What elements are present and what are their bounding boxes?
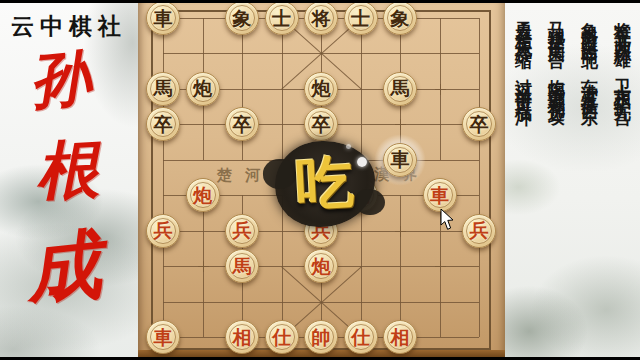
piece-character: 象 (391, 9, 410, 28)
piece-black-炮[interactable]: 炮 (304, 72, 338, 106)
piece-red-兵[interactable]: 兵 (225, 214, 259, 248)
piece-red-兵[interactable]: 兵 (146, 214, 180, 248)
piece-black-炮[interactable]: 炮 (186, 72, 220, 106)
piece-red-車[interactable]: 車 (146, 320, 180, 354)
piece-black-士[interactable]: 士 (265, 1, 299, 35)
xiangqi-app-screen: 云中棋社 孙 根 成 楚河 漢界 車象士将士象馬炮炮馬卒卒卒卒車炮馬車兵兵兵兵馬… (0, 0, 640, 360)
piece-character: 卒 (233, 115, 252, 134)
calligraphy-char: 根 (34, 138, 100, 204)
piece-character: 士 (351, 9, 370, 28)
grid-line (400, 195, 401, 337)
piece-red-帥[interactable]: 帥 (304, 320, 338, 354)
piece-character: 卒 (154, 115, 173, 134)
piece-character: 兵 (154, 221, 173, 240)
piece-character: 車 (391, 150, 410, 169)
grid-line (163, 18, 164, 337)
piece-character: 馬 (233, 257, 252, 276)
piece-black-将[interactable]: 将 (304, 1, 338, 35)
grid-line (479, 18, 480, 337)
sparkle-dot (357, 157, 367, 167)
letterbox-bar-top (0, 0, 640, 3)
mouse-cursor-icon (440, 209, 455, 235)
position-marker (198, 261, 209, 272)
piece-character: 馬 (391, 79, 410, 98)
piece-red-相[interactable]: 相 (225, 320, 259, 354)
piece-character: 将 (312, 9, 331, 28)
piece-black-象[interactable]: 象 (225, 1, 259, 35)
piece-red-兵[interactable]: 兵 (462, 214, 496, 248)
piece-red-炮[interactable]: 炮 (304, 249, 338, 283)
piece-red-炮[interactable]: 炮 (186, 178, 220, 212)
piece-black-馬[interactable]: 馬 (383, 72, 417, 106)
piece-black-士[interactable]: 士 (344, 1, 378, 35)
piece-black-車[interactable]: 車 (146, 1, 180, 35)
piece-red-相[interactable]: 相 (383, 320, 417, 354)
piece-character: 象 (233, 9, 252, 28)
piece-character: 士 (272, 9, 291, 28)
poem-column: 象越方田跨南北，车冲直道任西东 (576, 8, 602, 356)
piece-character: 馬 (154, 79, 173, 98)
piece-character: 炮 (312, 79, 331, 98)
position-marker (435, 261, 446, 272)
piece-red-車[interactable]: 車 (423, 178, 457, 212)
piece-character: 兵 (233, 221, 252, 240)
position-marker (395, 226, 406, 237)
piece-character: 車 (154, 9, 173, 28)
piece-character: 炮 (193, 186, 212, 205)
capture-text: 吃 (294, 144, 356, 225)
piece-black-象[interactable]: 象 (383, 1, 417, 35)
piece-character: 卒 (470, 115, 489, 134)
poem-column: 将军元帅两称雄，卫士相丞护九宫 (609, 8, 635, 356)
piece-character: 仕 (351, 328, 370, 347)
piece-character: 兵 (470, 221, 489, 240)
piece-character: 相 (233, 328, 252, 347)
left-banner-panel: 云中棋社 孙 根 成 (0, 0, 138, 360)
poem-column: 勇卒精兵无畏缩，过河前进可横冲 (510, 8, 536, 356)
piece-character: 炮 (312, 257, 331, 276)
piece-red-馬[interactable]: 馬 (225, 249, 259, 283)
club-name: 云中棋社 (3, 11, 135, 42)
piece-character: 車 (154, 328, 173, 347)
right-poem-panel: 将军元帅两称雄，卫士相丞护九宫象越方田跨南北，车冲直道任西东马驰捷径迂围合，炮隔… (505, 0, 640, 360)
piece-character: 車 (430, 186, 449, 205)
calligraphy-char: 成 (22, 226, 104, 308)
xiangqi-board[interactable]: 楚河 漢界 車象士将士象馬炮炮馬卒卒卒卒車炮馬車兵兵兵兵馬炮車相仕帥仕相 吃 (138, 0, 505, 360)
piece-character: 卒 (312, 115, 331, 134)
piece-character: 仕 (272, 328, 291, 347)
position-marker (395, 119, 406, 130)
piece-character: 帥 (312, 328, 331, 347)
poem-column: 马驰捷径迂围合，炮隔重城利远攻 (543, 8, 569, 356)
position-marker (435, 84, 446, 95)
piece-character: 相 (391, 328, 410, 347)
piece-red-仕[interactable]: 仕 (344, 320, 378, 354)
calligraphy-char: 孙 (27, 47, 92, 112)
piece-character: 炮 (193, 79, 212, 98)
sparkle-dot (346, 144, 351, 149)
piece-red-仕[interactable]: 仕 (265, 320, 299, 354)
piece-black-車[interactable]: 車 (383, 143, 417, 177)
piece-black-馬[interactable]: 馬 (146, 72, 180, 106)
